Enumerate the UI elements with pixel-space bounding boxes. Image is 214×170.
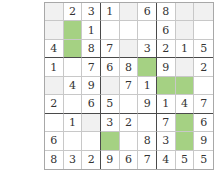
cell-r9c5[interactable]: 6 [120,151,139,169]
cell-r9c4[interactable]: 9 [101,151,120,169]
cell-r8c2[interactable] [64,132,83,150]
cell-r6c9[interactable]: 7 [194,95,213,113]
cell-r7c2[interactable]: 1 [64,114,83,132]
cell-r9c2[interactable]: 3 [64,151,83,169]
cell-r3c6[interactable]: 3 [138,40,157,58]
cell-r4c2[interactable] [64,58,83,76]
cell-r2c7[interactable]: 6 [157,21,176,39]
cell-r9c1[interactable]: 8 [45,151,64,169]
cell-r2c9[interactable] [194,21,213,39]
cell-r6c1[interactable]: 2 [45,95,64,113]
cell-r4c8[interactable] [176,58,195,76]
cell-r1c5[interactable] [120,3,139,21]
cell-r4c1[interactable]: 1 [45,58,64,76]
cell-r9c9[interactable]: 5 [194,151,213,169]
cell-r8c4[interactable] [101,132,120,150]
cell-r4c6[interactable] [138,58,157,76]
cell-r2c1[interactable] [45,21,64,39]
cell-r5c5[interactable]: 7 [120,77,139,95]
cell-r5c9[interactable] [194,77,213,95]
cell-r5c3[interactable]: 9 [82,77,101,95]
cell-r1c2[interactable]: 2 [64,3,83,21]
cell-r8c1[interactable]: 6 [45,132,64,150]
cell-r5c6[interactable]: 1 [138,77,157,95]
cell-r4c7[interactable]: 9 [157,58,176,76]
cell-r3c7[interactable]: 2 [157,40,176,58]
cell-r2c3[interactable]: 1 [82,21,101,39]
cell-r2c4[interactable] [101,21,120,39]
cell-r4c5[interactable]: 8 [120,58,139,76]
cell-r7c6[interactable] [138,114,157,132]
cell-r3c5[interactable] [120,40,139,58]
cell-r2c5[interactable] [120,21,139,39]
cell-r4c3[interactable]: 7 [82,58,101,76]
cell-r3c4[interactable]: 7 [101,40,120,58]
cell-r7c7[interactable]: 7 [157,114,176,132]
cell-r2c6[interactable] [138,21,157,39]
cell-r2c2[interactable] [64,21,83,39]
cell-r9c8[interactable]: 5 [176,151,195,169]
cell-r5c8[interactable] [176,77,195,95]
sudoku-board-container: 2316816487321517689249712659147132766839… [44,2,214,170]
cell-r3c9[interactable]: 5 [194,40,213,58]
cell-r1c1[interactable] [45,3,64,21]
cell-r3c3[interactable]: 8 [82,40,101,58]
cell-r3c8[interactable]: 1 [176,40,195,58]
cell-r6c8[interactable]: 4 [176,95,195,113]
cell-r7c4[interactable]: 3 [101,114,120,132]
cell-r5c4[interactable] [101,77,120,95]
cell-r1c8[interactable] [176,3,195,21]
cell-r7c1[interactable] [45,114,64,132]
cell-r5c2[interactable]: 4 [64,77,83,95]
cell-r7c3[interactable] [82,114,101,132]
cell-r3c1[interactable]: 4 [45,40,64,58]
cell-r1c4[interactable]: 1 [101,3,120,21]
sudoku-board: 2316816487321517689249712659147132766839… [44,2,214,170]
cell-r6c2[interactable] [64,95,83,113]
cell-r8c6[interactable]: 8 [138,132,157,150]
cell-r4c9[interactable]: 2 [194,58,213,76]
cell-r1c6[interactable]: 6 [138,3,157,21]
cell-r6c6[interactable]: 9 [138,95,157,113]
cell-r8c8[interactable] [176,132,195,150]
cell-r7c5[interactable]: 2 [120,114,139,132]
cell-r1c7[interactable]: 8 [157,3,176,21]
cell-r9c7[interactable]: 4 [157,151,176,169]
cell-r8c3[interactable] [82,132,101,150]
cell-r1c3[interactable]: 3 [82,3,101,21]
cell-r1c9[interactable] [194,3,213,21]
cell-r6c7[interactable]: 1 [157,95,176,113]
cell-r8c9[interactable]: 9 [194,132,213,150]
cell-r8c5[interactable] [120,132,139,150]
cell-r2c8[interactable] [176,21,195,39]
cell-r7c9[interactable]: 6 [194,114,213,132]
cell-r9c3[interactable]: 2 [82,151,101,169]
cell-r6c4[interactable]: 5 [101,95,120,113]
cell-r4c4[interactable]: 6 [101,58,120,76]
cell-r6c5[interactable] [120,95,139,113]
cell-r5c1[interactable] [45,77,64,95]
cell-r5c7[interactable] [157,77,176,95]
cell-r9c6[interactable]: 7 [138,151,157,169]
cell-r7c8[interactable] [176,114,195,132]
cell-r8c7[interactable]: 3 [157,132,176,150]
cell-r6c3[interactable]: 6 [82,95,101,113]
cell-r3c2[interactable] [64,40,83,58]
